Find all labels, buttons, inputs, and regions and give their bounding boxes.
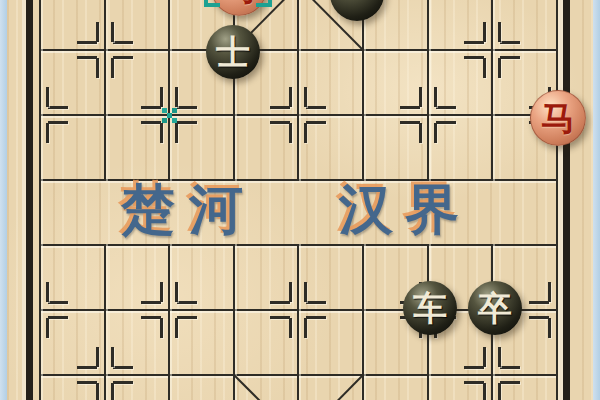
board-left-border [26,0,33,400]
river-char: 界 [400,177,464,241]
river-char: 汉 [334,177,398,241]
window-edge-left [0,0,7,400]
selection-corner [256,3,272,7]
black-advisor[interactable]: 士 [206,25,260,79]
board-right-border [563,0,570,400]
black-soldier[interactable]: 卒 [468,281,522,335]
black-chariot[interactable]: 车 [403,281,457,335]
river-char: 河 [184,177,248,241]
window-edge-right [593,0,600,400]
selection-corner [204,3,220,7]
palace-diagonal-lines [0,0,600,400]
last-move-from-marker [167,113,172,118]
river-char: 楚 [116,177,180,241]
xiangqi-board[interactable]: 楚河汉界 马士马车卒 [0,0,600,400]
red-horse[interactable]: 马 [530,90,586,146]
